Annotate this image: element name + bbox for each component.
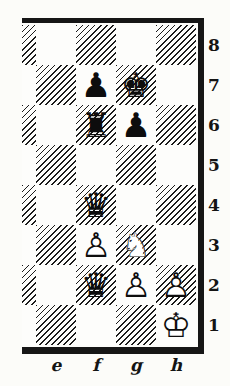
square-h8[interactable] <box>156 25 196 65</box>
file-labels: e f g h <box>36 355 196 375</box>
piece-white-knight-g3[interactable]: ♘ <box>116 225 156 265</box>
rank-label-1: 1 <box>204 305 224 345</box>
square-d1[interactable] <box>22 305 36 345</box>
square-h3[interactable] <box>156 225 196 265</box>
piece-white-pawn-f3[interactable]: ♙ <box>76 225 116 265</box>
square-f4[interactable]: ♛ <box>76 185 116 225</box>
square-e5[interactable] <box>36 145 76 185</box>
rank-label-7: 7 <box>204 65 224 105</box>
piece-black-rook-f6[interactable]: ♜ <box>76 105 116 145</box>
square-d8[interactable] <box>22 25 36 65</box>
square-h6[interactable] <box>156 105 196 145</box>
square-h2[interactable]: ♟ ♙ <box>156 265 196 305</box>
square-f7[interactable]: ♟ <box>76 65 116 105</box>
piece-white-pawn-h2[interactable]: ♙ <box>156 265 196 305</box>
rank-label-2: 2 <box>204 265 224 305</box>
chess-board: ♟ ♚ ♜ ♟ ♛ <box>22 25 196 345</box>
square-g4[interactable] <box>116 185 156 225</box>
rank-label-3: 3 <box>204 225 224 265</box>
square-f6[interactable]: ♜ <box>76 105 116 145</box>
square-d4[interactable] <box>22 185 36 225</box>
square-h5[interactable] <box>156 145 196 185</box>
rank-label-5: 5 <box>204 145 224 185</box>
board-frame: ♟ ♚ ♜ ♟ ♛ <box>22 18 204 354</box>
rank-labels: 8 7 6 5 4 3 2 1 <box>204 25 224 345</box>
square-e1[interactable] <box>36 305 76 345</box>
square-e2[interactable] <box>36 265 76 305</box>
file-label-e: e <box>36 355 76 375</box>
file-label-f: f <box>76 355 116 375</box>
square-g7[interactable]: ♚ <box>116 65 156 105</box>
square-d5[interactable] <box>22 145 36 185</box>
piece-black-king-g7[interactable]: ♚ <box>116 65 156 105</box>
rank-label-4: 4 <box>204 185 224 225</box>
rank-label-8: 8 <box>204 25 224 65</box>
square-e6[interactable] <box>36 105 76 145</box>
square-g2[interactable]: ♟ ♙ <box>116 265 156 305</box>
square-f3[interactable]: ♟ ♙ <box>76 225 116 265</box>
square-d7[interactable] <box>22 65 36 105</box>
square-g5[interactable] <box>116 145 156 185</box>
square-e8[interactable] <box>36 25 76 65</box>
piece-white-pawn-g2[interactable]: ♙ <box>116 265 156 305</box>
file-label-h: h <box>156 355 196 375</box>
chess-diagram: ♟ ♚ ♜ ♟ ♛ <box>0 0 230 386</box>
square-e7[interactable] <box>36 65 76 105</box>
square-h7[interactable] <box>156 65 196 105</box>
piece-white-king-h1[interactable]: ♔ <box>156 305 196 345</box>
square-h1[interactable]: ♚ ♔ <box>156 305 196 345</box>
square-h4[interactable] <box>156 185 196 225</box>
piece-black-queen-f4[interactable]: ♛ <box>76 185 116 225</box>
square-g6[interactable]: ♟ <box>116 105 156 145</box>
square-d3[interactable] <box>22 225 36 265</box>
square-d2[interactable] <box>22 265 36 305</box>
piece-black-pawn-f7[interactable]: ♟ <box>76 65 116 105</box>
file-label-g: g <box>116 355 156 375</box>
square-g1[interactable] <box>116 305 156 345</box>
rank-label-6: 6 <box>204 105 224 145</box>
piece-black-pawn-g6[interactable]: ♟ <box>116 105 156 145</box>
square-e4[interactable] <box>36 185 76 225</box>
piece-black-queen-f2[interactable]: ♛ <box>76 265 116 305</box>
square-g8[interactable] <box>116 25 156 65</box>
square-f2[interactable]: ♛ <box>76 265 116 305</box>
square-f8[interactable] <box>76 25 116 65</box>
square-d6[interactable] <box>22 105 36 145</box>
square-g3[interactable]: ♞ ♘ <box>116 225 156 265</box>
square-e3[interactable] <box>36 225 76 265</box>
square-f1[interactable] <box>76 305 116 345</box>
square-f5[interactable] <box>76 145 116 185</box>
